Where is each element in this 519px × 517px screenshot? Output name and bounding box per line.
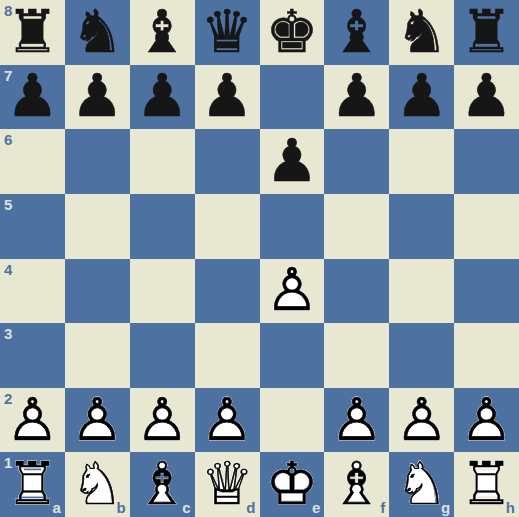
white-pawn-outline-icon: ♙ (389, 388, 454, 453)
square-d4[interactable] (195, 259, 260, 324)
square-g2[interactable]: ♟♙ (389, 388, 454, 453)
white-knight-outline-icon: ♘ (389, 452, 454, 517)
piece-black-pawn[interactable]: ♟ (454, 65, 519, 130)
square-g4[interactable] (389, 259, 454, 324)
piece-white-pawn[interactable]: ♟♙ (0, 388, 65, 453)
square-b4[interactable] (65, 259, 130, 324)
white-rook-outline-icon: ♖ (454, 452, 519, 517)
square-d7[interactable]: ♟ (195, 65, 260, 130)
square-c5[interactable] (130, 194, 195, 259)
piece-white-pawn[interactable]: ♟♙ (65, 388, 130, 453)
piece-black-king[interactable]: ♚ (260, 0, 325, 65)
white-bishop-outline-icon: ♗ (324, 452, 389, 517)
piece-black-bishop[interactable]: ♝ (324, 0, 389, 65)
piece-white-rook[interactable]: ♜♖ (0, 452, 65, 517)
square-f8[interactable]: ♝ (324, 0, 389, 65)
white-pawn-outline-icon: ♙ (324, 388, 389, 453)
rank-label-4: 4 (4, 262, 12, 277)
square-a7[interactable]: 7♟ (0, 65, 65, 130)
square-a6[interactable]: 6 (0, 129, 65, 194)
square-d2[interactable]: ♟♙ (195, 388, 260, 453)
rank-label-6: 6 (4, 132, 12, 147)
square-h3[interactable] (454, 323, 519, 388)
square-d5[interactable] (195, 194, 260, 259)
square-d1[interactable]: d♛♕ (195, 452, 260, 517)
rank-label-3: 3 (4, 326, 12, 341)
piece-black-pawn[interactable]: ♟ (0, 65, 65, 130)
piece-black-pawn[interactable]: ♟ (65, 65, 130, 130)
square-e1[interactable]: e♚♔ (260, 452, 325, 517)
black-pawn-icon: ♟ (389, 65, 454, 130)
piece-white-pawn[interactable]: ♟♙ (324, 388, 389, 453)
black-pawn-icon: ♟ (0, 65, 65, 130)
white-pawn-outline-icon: ♙ (195, 388, 260, 453)
square-h7[interactable]: ♟ (454, 65, 519, 130)
square-g3[interactable] (389, 323, 454, 388)
piece-white-pawn[interactable]: ♟♙ (195, 388, 260, 453)
white-pawn-outline-icon: ♙ (130, 388, 195, 453)
piece-black-pawn[interactable]: ♟ (130, 65, 195, 130)
black-pawn-icon: ♟ (195, 65, 260, 130)
black-knight-icon: ♞ (389, 0, 454, 65)
square-b2[interactable]: ♟♙ (65, 388, 130, 453)
square-e4[interactable]: ♟♙ (260, 259, 325, 324)
square-a8[interactable]: 8♜ (0, 0, 65, 65)
square-a3[interactable]: 3 (0, 323, 65, 388)
square-b7[interactable]: ♟ (65, 65, 130, 130)
white-pawn-outline-icon: ♙ (454, 388, 519, 453)
square-h6[interactable] (454, 129, 519, 194)
rank-label-5: 5 (4, 197, 12, 212)
square-g5[interactable] (389, 194, 454, 259)
black-pawn-icon: ♟ (260, 129, 325, 194)
piece-black-rook[interactable]: ♜ (0, 0, 65, 65)
square-g1[interactable]: g♞♘ (389, 452, 454, 517)
white-rook-outline-icon: ♖ (0, 452, 65, 517)
square-h2[interactable]: ♟♙ (454, 388, 519, 453)
piece-white-pawn[interactable]: ♟♙ (454, 388, 519, 453)
piece-black-knight[interactable]: ♞ (389, 0, 454, 65)
square-g7[interactable]: ♟ (389, 65, 454, 130)
square-c2[interactable]: ♟♙ (130, 388, 195, 453)
white-pawn-outline-icon: ♙ (260, 259, 325, 324)
white-pawn-outline-icon: ♙ (65, 388, 130, 453)
square-a1[interactable]: 1a♜♖ (0, 452, 65, 517)
square-c7[interactable]: ♟ (130, 65, 195, 130)
square-f6[interactable] (324, 129, 389, 194)
square-c8[interactable]: ♝ (130, 0, 195, 65)
square-e5[interactable] (260, 194, 325, 259)
white-pawn-outline-icon: ♙ (0, 388, 65, 453)
square-e3[interactable] (260, 323, 325, 388)
square-c4[interactable] (130, 259, 195, 324)
piece-white-bishop[interactable]: ♝♗ (324, 452, 389, 517)
piece-white-bishop[interactable]: ♝♗ (130, 452, 195, 517)
black-bishop-icon: ♝ (324, 0, 389, 65)
black-pawn-icon: ♟ (324, 65, 389, 130)
square-f5[interactable] (324, 194, 389, 259)
square-f2[interactable]: ♟♙ (324, 388, 389, 453)
square-d8[interactable]: ♛ (195, 0, 260, 65)
square-b1[interactable]: b♞♘ (65, 452, 130, 517)
piece-black-rook[interactable]: ♜ (454, 0, 519, 65)
black-rook-icon: ♜ (0, 0, 65, 65)
white-king-outline-icon: ♔ (260, 452, 325, 517)
piece-white-king[interactable]: ♚♔ (260, 452, 325, 517)
square-d6[interactable] (195, 129, 260, 194)
black-king-icon: ♚ (260, 0, 325, 65)
square-b8[interactable]: ♞ (65, 0, 130, 65)
square-b3[interactable] (65, 323, 130, 388)
piece-white-pawn[interactable]: ♟♙ (389, 388, 454, 453)
square-g8[interactable]: ♞ (389, 0, 454, 65)
square-f7[interactable]: ♟ (324, 65, 389, 130)
square-b5[interactable] (65, 194, 130, 259)
white-bishop-outline-icon: ♗ (130, 452, 195, 517)
square-e7[interactable] (260, 65, 325, 130)
black-knight-icon: ♞ (65, 0, 130, 65)
square-h4[interactable] (454, 259, 519, 324)
piece-white-rook[interactable]: ♜♖ (454, 452, 519, 517)
square-f1[interactable]: f♝♗ (324, 452, 389, 517)
square-b6[interactable] (65, 129, 130, 194)
square-e2[interactable] (260, 388, 325, 453)
piece-black-bishop[interactable]: ♝ (130, 0, 195, 65)
piece-white-knight[interactable]: ♞♘ (389, 452, 454, 517)
square-c3[interactable] (130, 323, 195, 388)
black-bishop-icon: ♝ (130, 0, 195, 65)
piece-black-knight[interactable]: ♞ (65, 0, 130, 65)
square-c6[interactable] (130, 129, 195, 194)
black-pawn-icon: ♟ (130, 65, 195, 130)
black-queen-icon: ♛ (195, 0, 260, 65)
square-d3[interactable] (195, 323, 260, 388)
piece-white-knight[interactable]: ♞♘ (65, 452, 130, 517)
black-pawn-icon: ♟ (454, 65, 519, 130)
piece-black-pawn[interactable]: ♟ (324, 65, 389, 130)
piece-white-pawn[interactable]: ♟♙ (260, 259, 325, 324)
piece-black-pawn[interactable]: ♟ (260, 129, 325, 194)
square-c1[interactable]: c♝♗ (130, 452, 195, 517)
piece-white-queen[interactable]: ♛♕ (195, 452, 260, 517)
square-a5[interactable]: 5 (0, 194, 65, 259)
piece-black-pawn[interactable]: ♟ (389, 65, 454, 130)
square-a2[interactable]: 2♟♙ (0, 388, 65, 453)
black-rook-icon: ♜ (454, 0, 519, 65)
square-e8[interactable]: ♚ (260, 0, 325, 65)
square-a4[interactable]: 4 (0, 259, 65, 324)
chess-board: 8♜♞♝♛♚♝♞♜7♟♟♟♟♟♟♟6♟54♟♙32♟♙♟♙♟♙♟♙♟♙♟♙♟♙1… (0, 0, 519, 517)
black-pawn-icon: ♟ (65, 65, 130, 130)
square-e6[interactable]: ♟ (260, 129, 325, 194)
square-g6[interactable] (389, 129, 454, 194)
square-f3[interactable] (324, 323, 389, 388)
square-h1[interactable]: h♜♖ (454, 452, 519, 517)
square-h5[interactable] (454, 194, 519, 259)
square-f4[interactable] (324, 259, 389, 324)
white-knight-outline-icon: ♘ (65, 452, 130, 517)
white-queen-outline-icon: ♕ (195, 452, 260, 517)
piece-black-queen[interactable]: ♛ (195, 0, 260, 65)
piece-white-pawn[interactable]: ♟♙ (130, 388, 195, 453)
square-h8[interactable]: ♜ (454, 0, 519, 65)
piece-black-pawn[interactable]: ♟ (195, 65, 260, 130)
